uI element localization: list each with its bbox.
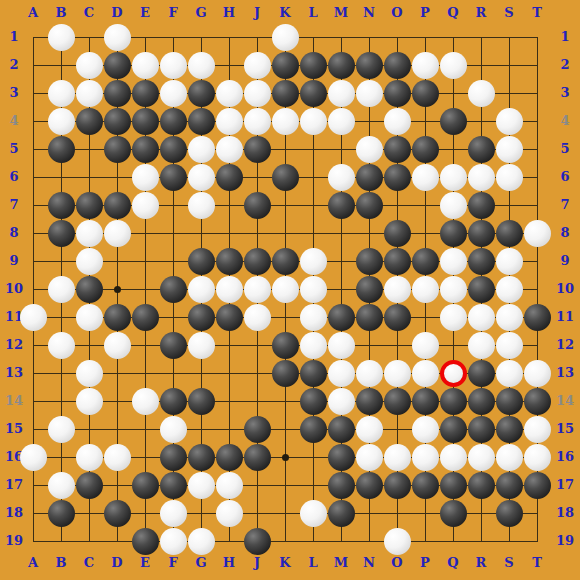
intersection-L13[interactable] <box>299 359 327 387</box>
intersection-E12[interactable] <box>131 331 159 359</box>
intersection-R9[interactable] <box>467 247 495 275</box>
intersection-D12[interactable] <box>103 331 131 359</box>
intersection-M5[interactable] <box>327 135 355 163</box>
intersection-E17[interactable] <box>131 471 159 499</box>
intersection-S5[interactable] <box>495 135 523 163</box>
intersection-J12[interactable] <box>243 331 271 359</box>
intersection-A8[interactable] <box>19 219 47 247</box>
intersection-H2[interactable] <box>215 51 243 79</box>
intersection-J3[interactable] <box>243 79 271 107</box>
intersection-G16[interactable] <box>187 443 215 471</box>
intersection-C19[interactable] <box>75 527 103 555</box>
intersection-P4[interactable] <box>411 107 439 135</box>
intersection-P10[interactable] <box>411 275 439 303</box>
intersection-D16[interactable] <box>103 443 131 471</box>
intersection-O11[interactable] <box>383 303 411 331</box>
intersection-G6[interactable] <box>187 163 215 191</box>
intersection-T8[interactable] <box>523 219 551 247</box>
intersection-K2[interactable] <box>271 51 299 79</box>
intersection-G14[interactable] <box>187 387 215 415</box>
intersection-Q7[interactable] <box>439 191 467 219</box>
intersection-A15[interactable] <box>19 415 47 443</box>
intersection-F14[interactable] <box>159 387 187 415</box>
intersection-R6[interactable] <box>467 163 495 191</box>
intersection-M7[interactable] <box>327 191 355 219</box>
intersection-L17[interactable] <box>299 471 327 499</box>
intersection-K9[interactable] <box>271 247 299 275</box>
intersection-P8[interactable] <box>411 219 439 247</box>
intersection-Q1[interactable] <box>439 23 467 51</box>
intersection-H11[interactable] <box>215 303 243 331</box>
intersection-N19[interactable] <box>355 527 383 555</box>
intersection-H12[interactable] <box>215 331 243 359</box>
intersection-M3[interactable] <box>327 79 355 107</box>
intersection-L16[interactable] <box>299 443 327 471</box>
intersection-D1[interactable] <box>103 23 131 51</box>
intersection-N3[interactable] <box>355 79 383 107</box>
intersection-R17[interactable] <box>467 471 495 499</box>
intersection-G9[interactable] <box>187 247 215 275</box>
intersection-K15[interactable] <box>271 415 299 443</box>
intersection-S13[interactable] <box>495 359 523 387</box>
intersection-P18[interactable] <box>411 499 439 527</box>
intersection-E5[interactable] <box>131 135 159 163</box>
intersection-B19[interactable] <box>47 527 75 555</box>
intersection-Q17[interactable] <box>439 471 467 499</box>
intersection-S17[interactable] <box>495 471 523 499</box>
intersection-F3[interactable] <box>159 79 187 107</box>
intersection-B7[interactable] <box>47 191 75 219</box>
intersection-O7[interactable] <box>383 191 411 219</box>
intersection-R1[interactable] <box>467 23 495 51</box>
intersection-G4[interactable] <box>187 107 215 135</box>
intersection-B11[interactable] <box>47 303 75 331</box>
intersection-A17[interactable] <box>19 471 47 499</box>
intersection-P2[interactable] <box>411 51 439 79</box>
intersection-A4[interactable] <box>19 107 47 135</box>
intersection-N4[interactable] <box>355 107 383 135</box>
intersection-Q3[interactable] <box>439 79 467 107</box>
intersection-L11[interactable] <box>299 303 327 331</box>
intersection-A14[interactable] <box>19 387 47 415</box>
intersection-E13[interactable] <box>131 359 159 387</box>
intersection-R16[interactable] <box>467 443 495 471</box>
intersection-P12[interactable] <box>411 331 439 359</box>
intersection-A6[interactable] <box>19 163 47 191</box>
intersection-J16[interactable] <box>243 443 271 471</box>
intersection-T2[interactable] <box>523 51 551 79</box>
intersection-T15[interactable] <box>523 415 551 443</box>
intersection-B12[interactable] <box>47 331 75 359</box>
intersection-L4[interactable] <box>299 107 327 135</box>
intersection-N5[interactable] <box>355 135 383 163</box>
intersection-M15[interactable] <box>327 415 355 443</box>
intersection-S7[interactable] <box>495 191 523 219</box>
intersection-N2[interactable] <box>355 51 383 79</box>
intersection-M1[interactable] <box>327 23 355 51</box>
intersection-G8[interactable] <box>187 219 215 247</box>
intersection-M14[interactable] <box>327 387 355 415</box>
intersection-D15[interactable] <box>103 415 131 443</box>
intersection-C3[interactable] <box>75 79 103 107</box>
intersection-J9[interactable] <box>243 247 271 275</box>
intersection-L14[interactable] <box>299 387 327 415</box>
intersection-C11[interactable] <box>75 303 103 331</box>
intersection-F2[interactable] <box>159 51 187 79</box>
intersection-P17[interactable] <box>411 471 439 499</box>
intersection-L10[interactable] <box>299 275 327 303</box>
intersection-L7[interactable] <box>299 191 327 219</box>
intersection-N11[interactable] <box>355 303 383 331</box>
intersection-O14[interactable] <box>383 387 411 415</box>
intersection-N15[interactable] <box>355 415 383 443</box>
intersection-T9[interactable] <box>523 247 551 275</box>
intersection-F11[interactable] <box>159 303 187 331</box>
intersection-H8[interactable] <box>215 219 243 247</box>
intersection-R14[interactable] <box>467 387 495 415</box>
intersection-F1[interactable] <box>159 23 187 51</box>
intersection-M12[interactable] <box>327 331 355 359</box>
intersection-C18[interactable] <box>75 499 103 527</box>
intersection-N7[interactable] <box>355 191 383 219</box>
intersection-G3[interactable] <box>187 79 215 107</box>
intersection-R18[interactable] <box>467 499 495 527</box>
intersection-N8[interactable] <box>355 219 383 247</box>
intersection-H7[interactable] <box>215 191 243 219</box>
intersection-A18[interactable] <box>19 499 47 527</box>
intersection-K18[interactable] <box>271 499 299 527</box>
intersection-D3[interactable] <box>103 79 131 107</box>
intersection-J18[interactable] <box>243 499 271 527</box>
intersection-K11[interactable] <box>271 303 299 331</box>
intersection-G1[interactable] <box>187 23 215 51</box>
intersection-P14[interactable] <box>411 387 439 415</box>
intersection-D7[interactable] <box>103 191 131 219</box>
intersection-G17[interactable] <box>187 471 215 499</box>
intersection-E1[interactable] <box>131 23 159 51</box>
intersection-T18[interactable] <box>523 499 551 527</box>
intersection-N18[interactable] <box>355 499 383 527</box>
intersection-Q4[interactable] <box>439 107 467 135</box>
intersection-K12[interactable] <box>271 331 299 359</box>
intersection-F5[interactable] <box>159 135 187 163</box>
intersection-K6[interactable] <box>271 163 299 191</box>
intersection-P6[interactable] <box>411 163 439 191</box>
intersection-O8[interactable] <box>383 219 411 247</box>
intersection-N9[interactable] <box>355 247 383 275</box>
intersection-Q16[interactable] <box>439 443 467 471</box>
intersection-C7[interactable] <box>75 191 103 219</box>
intersection-O6[interactable] <box>383 163 411 191</box>
intersection-S6[interactable] <box>495 163 523 191</box>
intersection-E10[interactable] <box>131 275 159 303</box>
intersection-C15[interactable] <box>75 415 103 443</box>
intersection-J8[interactable] <box>243 219 271 247</box>
intersection-E16[interactable] <box>131 443 159 471</box>
intersection-B4[interactable] <box>47 107 75 135</box>
intersection-B10[interactable] <box>47 275 75 303</box>
intersection-L2[interactable] <box>299 51 327 79</box>
intersection-M11[interactable] <box>327 303 355 331</box>
intersection-B3[interactable] <box>47 79 75 107</box>
intersection-P9[interactable] <box>411 247 439 275</box>
intersection-M19[interactable] <box>327 527 355 555</box>
intersection-M16[interactable] <box>327 443 355 471</box>
intersection-L19[interactable] <box>299 527 327 555</box>
intersection-S1[interactable] <box>495 23 523 51</box>
intersection-K7[interactable] <box>271 191 299 219</box>
intersection-N16[interactable] <box>355 443 383 471</box>
intersection-L8[interactable] <box>299 219 327 247</box>
intersection-M2[interactable] <box>327 51 355 79</box>
intersection-J1[interactable] <box>243 23 271 51</box>
intersection-T17[interactable] <box>523 471 551 499</box>
intersection-L12[interactable] <box>299 331 327 359</box>
intersection-O10[interactable] <box>383 275 411 303</box>
intersection-B15[interactable] <box>47 415 75 443</box>
intersection-E4[interactable] <box>131 107 159 135</box>
intersection-T12[interactable] <box>523 331 551 359</box>
intersection-J5[interactable] <box>243 135 271 163</box>
intersection-O15[interactable] <box>383 415 411 443</box>
intersection-D18[interactable] <box>103 499 131 527</box>
intersection-P7[interactable] <box>411 191 439 219</box>
intersection-O3[interactable] <box>383 79 411 107</box>
intersection-R13[interactable] <box>467 359 495 387</box>
intersection-K16[interactable] <box>271 443 299 471</box>
intersection-R19[interactable] <box>467 527 495 555</box>
intersection-B8[interactable] <box>47 219 75 247</box>
intersection-Q5[interactable] <box>439 135 467 163</box>
intersection-L1[interactable] <box>299 23 327 51</box>
intersection-Q12[interactable] <box>439 331 467 359</box>
intersection-O4[interactable] <box>383 107 411 135</box>
intersection-S11[interactable] <box>495 303 523 331</box>
intersection-S4[interactable] <box>495 107 523 135</box>
intersection-S18[interactable] <box>495 499 523 527</box>
intersection-J10[interactable] <box>243 275 271 303</box>
intersection-B1[interactable] <box>47 23 75 51</box>
intersection-C2[interactable] <box>75 51 103 79</box>
intersection-H4[interactable] <box>215 107 243 135</box>
intersection-E18[interactable] <box>131 499 159 527</box>
intersection-F10[interactable] <box>159 275 187 303</box>
intersection-N1[interactable] <box>355 23 383 51</box>
intersection-G5[interactable] <box>187 135 215 163</box>
intersection-R2[interactable] <box>467 51 495 79</box>
intersection-H15[interactable] <box>215 415 243 443</box>
intersection-O19[interactable] <box>383 527 411 555</box>
intersection-R8[interactable] <box>467 219 495 247</box>
intersection-B6[interactable] <box>47 163 75 191</box>
intersection-G2[interactable] <box>187 51 215 79</box>
intersection-S15[interactable] <box>495 415 523 443</box>
intersection-S10[interactable] <box>495 275 523 303</box>
intersection-T16[interactable] <box>523 443 551 471</box>
intersection-H5[interactable] <box>215 135 243 163</box>
intersection-Q14[interactable] <box>439 387 467 415</box>
intersection-B2[interactable] <box>47 51 75 79</box>
intersection-T7[interactable] <box>523 191 551 219</box>
intersection-C4[interactable] <box>75 107 103 135</box>
intersection-Q9[interactable] <box>439 247 467 275</box>
intersection-F9[interactable] <box>159 247 187 275</box>
intersection-D5[interactable] <box>103 135 131 163</box>
intersection-K14[interactable] <box>271 387 299 415</box>
intersection-J13[interactable] <box>243 359 271 387</box>
intersection-B17[interactable] <box>47 471 75 499</box>
intersection-Q8[interactable] <box>439 219 467 247</box>
intersection-H9[interactable] <box>215 247 243 275</box>
intersection-C6[interactable] <box>75 163 103 191</box>
intersection-R5[interactable] <box>467 135 495 163</box>
intersection-N17[interactable] <box>355 471 383 499</box>
intersection-T11[interactable] <box>523 303 551 331</box>
intersection-F7[interactable] <box>159 191 187 219</box>
intersection-R15[interactable] <box>467 415 495 443</box>
intersection-Q13[interactable] <box>439 359 467 387</box>
intersection-A9[interactable] <box>19 247 47 275</box>
intersection-T1[interactable] <box>523 23 551 51</box>
intersection-C17[interactable] <box>75 471 103 499</box>
intersection-D2[interactable] <box>103 51 131 79</box>
intersection-C10[interactable] <box>75 275 103 303</box>
intersection-K19[interactable] <box>271 527 299 555</box>
intersection-S3[interactable] <box>495 79 523 107</box>
intersection-G13[interactable] <box>187 359 215 387</box>
intersection-E11[interactable] <box>131 303 159 331</box>
intersection-B18[interactable] <box>47 499 75 527</box>
intersection-P16[interactable] <box>411 443 439 471</box>
intersection-E15[interactable] <box>131 415 159 443</box>
intersection-Q2[interactable] <box>439 51 467 79</box>
intersection-A13[interactable] <box>19 359 47 387</box>
intersection-A11[interactable] <box>19 303 47 331</box>
intersection-R11[interactable] <box>467 303 495 331</box>
intersection-P11[interactable] <box>411 303 439 331</box>
intersection-O16[interactable] <box>383 443 411 471</box>
intersection-T13[interactable] <box>523 359 551 387</box>
intersection-Q18[interactable] <box>439 499 467 527</box>
intersection-E14[interactable] <box>131 387 159 415</box>
intersection-K1[interactable] <box>271 23 299 51</box>
intersection-M17[interactable] <box>327 471 355 499</box>
intersection-J19[interactable] <box>243 527 271 555</box>
intersection-D10[interactable] <box>103 275 131 303</box>
intersection-J7[interactable] <box>243 191 271 219</box>
intersection-J14[interactable] <box>243 387 271 415</box>
intersection-D4[interactable] <box>103 107 131 135</box>
intersection-B9[interactable] <box>47 247 75 275</box>
intersection-Q11[interactable] <box>439 303 467 331</box>
intersection-H10[interactable] <box>215 275 243 303</box>
intersection-R12[interactable] <box>467 331 495 359</box>
intersection-H13[interactable] <box>215 359 243 387</box>
intersection-Q19[interactable] <box>439 527 467 555</box>
intersection-A12[interactable] <box>19 331 47 359</box>
intersection-L6[interactable] <box>299 163 327 191</box>
intersection-F4[interactable] <box>159 107 187 135</box>
intersection-A1[interactable] <box>19 23 47 51</box>
intersection-O13[interactable] <box>383 359 411 387</box>
intersection-E9[interactable] <box>131 247 159 275</box>
intersection-M10[interactable] <box>327 275 355 303</box>
intersection-H17[interactable] <box>215 471 243 499</box>
intersection-P5[interactable] <box>411 135 439 163</box>
intersection-H16[interactable] <box>215 443 243 471</box>
intersection-C12[interactable] <box>75 331 103 359</box>
intersection-H14[interactable] <box>215 387 243 415</box>
intersection-R10[interactable] <box>467 275 495 303</box>
intersection-L5[interactable] <box>299 135 327 163</box>
intersection-C16[interactable] <box>75 443 103 471</box>
intersection-K13[interactable] <box>271 359 299 387</box>
intersection-P1[interactable] <box>411 23 439 51</box>
intersection-T14[interactable] <box>523 387 551 415</box>
intersection-J2[interactable] <box>243 51 271 79</box>
intersection-E19[interactable] <box>131 527 159 555</box>
intersection-S14[interactable] <box>495 387 523 415</box>
intersection-T6[interactable] <box>523 163 551 191</box>
intersection-G19[interactable] <box>187 527 215 555</box>
intersection-H19[interactable] <box>215 527 243 555</box>
intersection-K10[interactable] <box>271 275 299 303</box>
intersection-G12[interactable] <box>187 331 215 359</box>
intersection-K3[interactable] <box>271 79 299 107</box>
intersection-P13[interactable] <box>411 359 439 387</box>
intersection-D14[interactable] <box>103 387 131 415</box>
intersection-S9[interactable] <box>495 247 523 275</box>
intersection-L3[interactable] <box>299 79 327 107</box>
intersection-C9[interactable] <box>75 247 103 275</box>
intersection-J11[interactable] <box>243 303 271 331</box>
intersection-O17[interactable] <box>383 471 411 499</box>
intersection-E7[interactable] <box>131 191 159 219</box>
intersection-L18[interactable] <box>299 499 327 527</box>
intersection-E3[interactable] <box>131 79 159 107</box>
intersection-D13[interactable] <box>103 359 131 387</box>
intersection-M9[interactable] <box>327 247 355 275</box>
intersection-F8[interactable] <box>159 219 187 247</box>
intersection-G10[interactable] <box>187 275 215 303</box>
intersection-T4[interactable] <box>523 107 551 135</box>
intersection-K8[interactable] <box>271 219 299 247</box>
intersection-R3[interactable] <box>467 79 495 107</box>
intersection-O9[interactable] <box>383 247 411 275</box>
intersection-T3[interactable] <box>523 79 551 107</box>
intersection-A10[interactable] <box>19 275 47 303</box>
intersection-A7[interactable] <box>19 191 47 219</box>
intersection-D6[interactable] <box>103 163 131 191</box>
intersection-Q10[interactable] <box>439 275 467 303</box>
intersection-O1[interactable] <box>383 23 411 51</box>
intersection-C14[interactable] <box>75 387 103 415</box>
intersection-F17[interactable] <box>159 471 187 499</box>
intersection-D17[interactable] <box>103 471 131 499</box>
intersection-C13[interactable] <box>75 359 103 387</box>
intersection-B5[interactable] <box>47 135 75 163</box>
intersection-C1[interactable] <box>75 23 103 51</box>
intersection-O18[interactable] <box>383 499 411 527</box>
intersection-J6[interactable] <box>243 163 271 191</box>
intersection-C5[interactable] <box>75 135 103 163</box>
intersection-F19[interactable] <box>159 527 187 555</box>
intersection-A19[interactable] <box>19 527 47 555</box>
intersection-N12[interactable] <box>355 331 383 359</box>
intersection-S8[interactable] <box>495 219 523 247</box>
intersection-E8[interactable] <box>131 219 159 247</box>
intersection-S2[interactable] <box>495 51 523 79</box>
